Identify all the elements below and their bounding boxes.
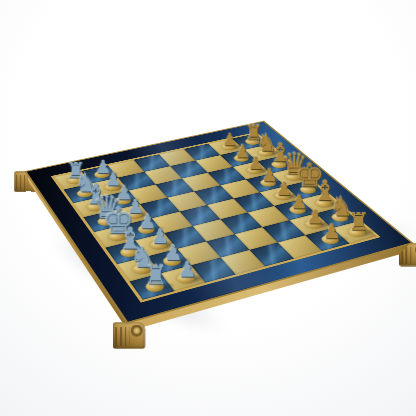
product-photo-scene: ♜♞♝♛♚♝♞♜♟♟♟♟♟♟♟♟♟♟♟♟♟♟♟♟♜♞♝♛♚♝♞♜ (0, 0, 416, 416)
chess-board: ♜♞♝♛♚♝♞♜♟♟♟♟♟♟♟♟♟♟♟♟♟♟♟♟♜♞♝♛♚♝♞♜ (24, 121, 413, 324)
square-d5 (167, 191, 207, 211)
blue-pawn-h7: ♟ (170, 259, 204, 280)
square-e4 (207, 199, 248, 220)
volute-foot-left (14, 171, 39, 192)
brass-pawn-h2: ♟ (316, 221, 348, 241)
volute-foot-front (113, 322, 145, 348)
volute-foot-right (399, 243, 416, 266)
square-b5 (144, 166, 182, 184)
blue-rook-h8: ♜ (139, 262, 173, 288)
